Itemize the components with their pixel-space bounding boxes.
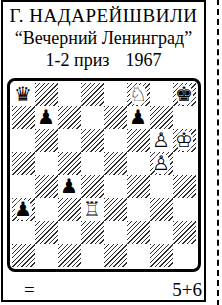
square-b4 xyxy=(35,175,58,198)
composer-name: Г. НАДАРЕЙШВИЛИ xyxy=(3,5,204,27)
square-d4 xyxy=(81,175,104,198)
square-c1 xyxy=(58,244,81,267)
square-g6: ♙ xyxy=(150,129,173,152)
square-f3 xyxy=(127,198,150,221)
card-header: Г. НАДАРЕЙШВИЛИ “Вечерний Ленинград” 1-2… xyxy=(3,5,204,71)
square-h8: ♚ xyxy=(173,83,196,106)
square-b1 xyxy=(35,244,58,267)
square-d7 xyxy=(81,106,104,129)
square-h7 xyxy=(173,106,196,129)
square-h5 xyxy=(173,152,196,175)
square-b7: ♟ xyxy=(35,106,58,129)
square-d3: ♖ xyxy=(81,198,104,221)
square-h6: ♔ xyxy=(173,129,196,152)
black-pawn: ♟ xyxy=(127,106,150,129)
square-h1 xyxy=(173,244,196,267)
dashed-cut-line xyxy=(217,0,219,305)
square-a2 xyxy=(12,221,35,244)
award-line: 1-2 приз 1967 xyxy=(3,50,204,71)
square-g8 xyxy=(150,83,173,106)
square-e7 xyxy=(104,106,127,129)
square-a1 xyxy=(12,244,35,267)
square-e3 xyxy=(104,198,127,221)
square-b8 xyxy=(35,83,58,106)
square-g1 xyxy=(150,244,173,267)
square-d2 xyxy=(81,221,104,244)
square-g2 xyxy=(150,221,173,244)
square-c7 xyxy=(58,106,81,129)
square-b3 xyxy=(35,198,58,221)
study-card-page: Г. НАДАРЕЙШВИЛИ “Вечерний Ленинград” 1-2… xyxy=(0,0,222,305)
square-h2 xyxy=(173,221,196,244)
square-e1 xyxy=(104,244,127,267)
square-e2 xyxy=(104,221,127,244)
square-b5 xyxy=(35,152,58,175)
black-pawn: ♟ xyxy=(58,175,81,198)
square-f2 xyxy=(127,221,150,244)
white-knight: ♘ xyxy=(127,83,150,106)
square-g5: ♙ xyxy=(150,152,173,175)
square-a5 xyxy=(12,152,35,175)
square-e5 xyxy=(104,152,127,175)
square-e6 xyxy=(104,129,127,152)
square-e8 xyxy=(104,83,127,106)
study-card: Г. НАДАРЕЙШВИЛИ “Вечерний Ленинград” 1-2… xyxy=(1,0,206,302)
square-a4 xyxy=(12,175,35,198)
white-rook: ♖ xyxy=(81,198,104,221)
square-c8 xyxy=(58,83,81,106)
square-d1 xyxy=(81,244,104,267)
black-pawn: ♟ xyxy=(35,106,58,129)
source-publication: “Вечерний Ленинград” xyxy=(3,28,204,49)
square-d5 xyxy=(81,152,104,175)
square-e4 xyxy=(104,175,127,198)
square-d6 xyxy=(81,129,104,152)
square-a8: ♛ xyxy=(12,83,35,106)
square-c5 xyxy=(58,152,81,175)
square-c2 xyxy=(58,221,81,244)
square-c4: ♟ xyxy=(58,175,81,198)
square-b6 xyxy=(35,129,58,152)
square-a7 xyxy=(12,106,35,129)
square-d8 xyxy=(81,83,104,106)
white-pawn: ♙ xyxy=(150,129,173,152)
square-g3 xyxy=(150,198,173,221)
award-year: 1967 xyxy=(125,50,161,71)
square-c3 xyxy=(58,198,81,221)
square-h4 xyxy=(173,175,196,198)
material-count: 5+6 xyxy=(172,280,202,300)
card-footer: = 5+6 xyxy=(24,280,202,300)
white-pawn: ♙ xyxy=(150,152,173,175)
black-king: ♚ xyxy=(173,83,196,106)
stipulation-draw: = xyxy=(24,280,35,300)
white-king: ♔ xyxy=(173,129,196,152)
square-c6 xyxy=(58,129,81,152)
square-b2 xyxy=(35,221,58,244)
award-prize: 1-2 приз xyxy=(46,50,110,71)
board: ♛♘♚♟♟♙♔♙♟♟♖ xyxy=(12,83,196,267)
square-a6 xyxy=(12,129,35,152)
square-f7: ♟ xyxy=(127,106,150,129)
square-f5 xyxy=(127,152,150,175)
square-f8: ♘ xyxy=(127,83,150,106)
black-pawn: ♟ xyxy=(12,198,35,221)
square-g4 xyxy=(150,175,173,198)
square-f6 xyxy=(127,129,150,152)
square-f1 xyxy=(127,244,150,267)
square-a3: ♟ xyxy=(12,198,35,221)
square-g7 xyxy=(150,106,173,129)
board-frame: ♛♘♚♟♟♙♔♙♟♟♖ xyxy=(7,78,201,272)
square-h3 xyxy=(173,198,196,221)
black-queen: ♛ xyxy=(12,83,35,106)
square-f4 xyxy=(127,175,150,198)
